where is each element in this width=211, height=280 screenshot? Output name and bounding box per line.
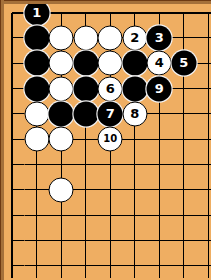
board-intersection (147, 152, 172, 177)
board-intersection (196, 202, 211, 227)
black-stone-move-7: 7 (98, 101, 123, 126)
white-stone (24, 127, 49, 152)
black-stone (122, 76, 147, 101)
board-intersection (74, 253, 99, 278)
black-stone (73, 76, 98, 101)
white-stone-move-10: 10 (98, 127, 123, 152)
board-intersection: 10 (98, 126, 123, 151)
white-stone (49, 25, 74, 50)
board-intersection (74, 177, 99, 202)
board-intersection (123, 51, 148, 76)
board-intersection (25, 253, 50, 278)
board-intersection (196, 126, 211, 151)
board-intersection (123, 228, 148, 253)
white-stone (98, 25, 123, 50)
board-intersection (196, 228, 211, 253)
board-intersection (74, 101, 99, 126)
board-intersection (49, 101, 74, 126)
board-intersection (123, 177, 148, 202)
white-stone (49, 177, 74, 202)
white-stone (49, 51, 74, 76)
white-stone (98, 51, 123, 76)
board-intersection (25, 177, 50, 202)
board-intersection (147, 228, 172, 253)
board-intersection: 2 (123, 25, 148, 50)
board-intersection (49, 253, 74, 278)
board-left-edge-frame (0, 0, 4, 280)
board-intersection (172, 202, 197, 227)
board-intersection (25, 152, 50, 177)
board-intersection (74, 152, 99, 177)
white-stone-move-8: 8 (122, 101, 147, 126)
board-intersection (123, 152, 148, 177)
board-intersection (49, 202, 74, 227)
black-stone-move-9: 9 (147, 76, 172, 101)
board-intersection: 4 (147, 51, 172, 76)
board-intersection (49, 126, 74, 151)
move-number-label: 10 (103, 134, 117, 144)
board-intersection (25, 101, 50, 126)
board-intersection (74, 25, 99, 50)
board-intersection (25, 228, 50, 253)
move-number-label: 8 (130, 107, 139, 120)
board-intersection (49, 76, 74, 101)
board-intersection: 7 (98, 101, 123, 126)
board-top-edge-frame (0, 0, 211, 4)
move-number-label: 2 (130, 31, 139, 44)
board-intersection (98, 51, 123, 76)
move-number-label: 6 (106, 82, 115, 95)
white-stone-move-4: 4 (147, 51, 172, 76)
board-intersection (123, 253, 148, 278)
move-number-label: 9 (155, 82, 164, 95)
board-intersection (74, 202, 99, 227)
black-stone (122, 51, 147, 76)
board-intersection (25, 25, 50, 50)
board-intersection: 3 (147, 25, 172, 50)
board-intersection (196, 25, 211, 50)
board-intersection (196, 152, 211, 177)
board-intersection (25, 202, 50, 227)
board-intersection (74, 51, 99, 76)
board-intersection (123, 76, 148, 101)
black-stone-move-3: 3 (147, 25, 172, 50)
white-stone-move-2: 2 (122, 25, 147, 50)
move-number-label: 3 (155, 31, 164, 44)
board-intersection (74, 76, 99, 101)
board-intersection (172, 152, 197, 177)
board-intersection (49, 152, 74, 177)
board-intersection (74, 228, 99, 253)
black-stone (49, 101, 74, 126)
move-number-label: 4 (155, 56, 164, 69)
board-intersection (49, 51, 74, 76)
white-stone (49, 76, 74, 101)
board-intersection (25, 76, 50, 101)
board-intersection: 5 (172, 51, 197, 76)
board-intersection (123, 202, 148, 227)
board-intersection (25, 126, 50, 151)
go-board: 12345697810 (0, 0, 211, 280)
board-intersection (25, 51, 50, 76)
board-intersection (147, 177, 172, 202)
board-intersection (49, 228, 74, 253)
board-intersection (147, 202, 172, 227)
board-intersection (74, 126, 99, 151)
board-intersection (49, 25, 74, 50)
black-stone (73, 51, 98, 76)
board-intersection (196, 101, 211, 126)
board-intersection (147, 126, 172, 151)
black-stone-move-5: 5 (171, 51, 196, 76)
white-stone (49, 127, 74, 152)
board-intersection (98, 152, 123, 177)
white-stone (73, 25, 98, 50)
board-intersection (98, 25, 123, 50)
board-intersection (98, 228, 123, 253)
board-intersection (196, 51, 211, 76)
white-stone (24, 101, 49, 126)
go-diagram-page: 12345697810 (0, 0, 211, 280)
board-intersection (196, 253, 211, 278)
board-intersection (147, 101, 172, 126)
board-intersection: 6 (98, 76, 123, 101)
move-number-label: 5 (179, 56, 188, 69)
board-intersection (147, 253, 172, 278)
black-stone (24, 51, 49, 76)
white-stone-move-6: 6 (98, 76, 123, 101)
board-intersection (172, 25, 197, 50)
board-intersection (196, 177, 211, 202)
board-intersection (172, 253, 197, 278)
black-stone (73, 101, 98, 126)
board-intersection (172, 76, 197, 101)
board-intersection (172, 228, 197, 253)
board-intersection (98, 202, 123, 227)
board-intersection (98, 253, 123, 278)
board-intersection (172, 101, 197, 126)
black-stone (24, 25, 49, 50)
board-intersection: 9 (147, 76, 172, 101)
board-intersection (49, 177, 74, 202)
board-intersection (123, 126, 148, 151)
move-number-label: 1 (32, 6, 41, 19)
board-intersection (172, 126, 197, 151)
board-intersection: 8 (123, 101, 148, 126)
black-stone (24, 76, 49, 101)
board-intersection (98, 177, 123, 202)
board-intersection (172, 177, 197, 202)
move-number-label: 7 (106, 107, 115, 120)
board-intersection (196, 76, 211, 101)
